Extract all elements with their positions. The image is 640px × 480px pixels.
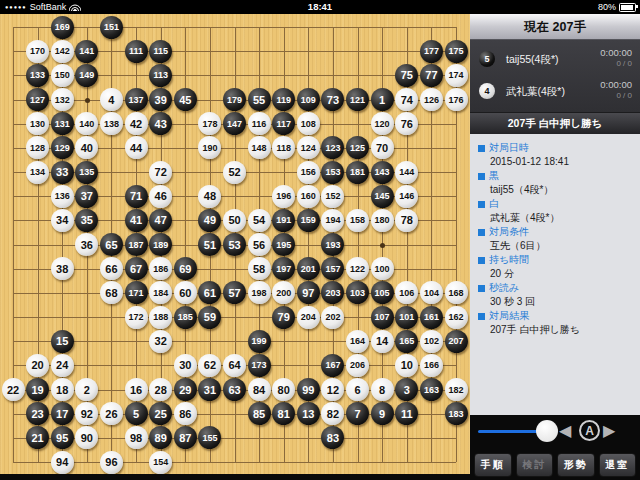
stone-move-177: 177	[420, 40, 443, 63]
stone-move-85: 85	[248, 402, 271, 425]
stone-move-106: 106	[395, 281, 418, 304]
info-item: 黒taij55（4段*）	[478, 169, 640, 196]
stone-move-199: 199	[248, 330, 271, 353]
stone-move-101: 101	[395, 306, 418, 329]
stone-move-198: 198	[248, 281, 271, 304]
stone-move-33: 33	[51, 161, 74, 184]
stone-move-127: 127	[26, 88, 49, 111]
stone-move-32: 32	[149, 330, 172, 353]
capture-count-badge: 4	[479, 83, 495, 99]
stone-move-151: 151	[100, 16, 123, 39]
stone-move-3: 3	[395, 378, 418, 401]
stone-move-49: 49	[198, 209, 221, 232]
stone-move-189: 189	[149, 233, 172, 256]
stone-move-35: 35	[75, 209, 98, 232]
stone-move-94: 94	[51, 451, 74, 474]
stone-move-196: 196	[272, 185, 295, 208]
stone-move-10: 10	[395, 354, 418, 377]
stone-move-68: 68	[100, 281, 123, 304]
info-label: 対局条件	[478, 225, 640, 239]
stone-move-183: 183	[445, 402, 468, 425]
stone-move-40: 40	[75, 136, 98, 159]
info-value: 互先（6目）	[490, 239, 640, 252]
bullet-icon	[478, 257, 485, 264]
player-name: 武礼葉(4段*)	[506, 76, 565, 106]
stone-move-141: 141	[75, 40, 98, 63]
stone-move-149: 149	[75, 64, 98, 87]
auto-play-button[interactable]: A	[579, 420, 600, 441]
stone-move-150: 150	[51, 64, 74, 87]
info-label: 黒	[478, 169, 640, 183]
stone-move-154: 154	[149, 451, 172, 474]
stone-move-30: 30	[174, 354, 197, 377]
stone-move-17: 17	[51, 402, 74, 425]
stone-move-16: 16	[125, 378, 148, 401]
stone-move-95: 95	[51, 426, 74, 449]
stone-move-188: 188	[149, 306, 172, 329]
stone-move-74: 74	[395, 88, 418, 111]
stone-move-144: 144	[395, 161, 418, 184]
stone-move-42: 42	[125, 112, 148, 135]
player-panel: 5taij55(4段*)0:00:000 / 04武礼葉(4段*)0:00:00…	[470, 40, 640, 112]
stone-move-24: 24	[51, 354, 74, 377]
stone-move-57: 57	[223, 281, 246, 304]
function-button-退室[interactable]: 退室	[599, 453, 637, 477]
stone-move-128: 128	[26, 136, 49, 159]
battery-percent-label: 80%	[598, 0, 616, 14]
stone-move-201: 201	[297, 257, 320, 280]
stone-move-53: 53	[223, 233, 246, 256]
stone-move-51: 51	[198, 233, 221, 256]
stone-move-12: 12	[321, 378, 344, 401]
info-label: 秒読み	[478, 281, 640, 295]
stone-move-172: 172	[125, 306, 148, 329]
stone-move-176: 176	[445, 88, 468, 111]
stone-move-186: 186	[149, 257, 172, 280]
stone-move-121: 121	[346, 88, 369, 111]
stone-move-98: 98	[125, 426, 148, 449]
stone-move-6: 6	[346, 378, 369, 401]
bullet-icon	[478, 173, 485, 180]
stone-move-20: 20	[26, 354, 49, 377]
info-value: 207手 白中押し勝ち	[490, 323, 640, 336]
stone-move-11: 11	[395, 402, 418, 425]
stone-move-136: 136	[51, 185, 74, 208]
stone-move-26: 26	[100, 402, 123, 425]
next-move-button[interactable]: ▶	[603, 422, 615, 440]
stone-move-78: 78	[395, 209, 418, 232]
stone-move-76: 76	[395, 112, 418, 135]
stone-move-132: 132	[51, 88, 74, 111]
stone-move-175: 175	[445, 40, 468, 63]
result-bar: 207手 白中押し勝ち	[470, 112, 640, 134]
stone-move-193: 193	[321, 233, 344, 256]
stone-move-105: 105	[371, 281, 394, 304]
stone-move-118: 118	[272, 136, 295, 159]
stone-move-190: 190	[198, 136, 221, 159]
stone-move-158: 158	[346, 209, 369, 232]
info-value: 30 秒 3 回	[490, 295, 640, 308]
stone-move-115: 115	[149, 40, 172, 63]
stone-move-46: 46	[149, 185, 172, 208]
stone-move-203: 203	[321, 281, 344, 304]
stone-move-140: 140	[75, 112, 98, 135]
stone-move-165: 165	[395, 330, 418, 353]
stone-move-173: 173	[248, 354, 271, 377]
stone-move-156: 156	[297, 161, 320, 184]
stone-move-168: 168	[445, 281, 468, 304]
stone-move-164: 164	[346, 330, 369, 353]
stone-move-55: 55	[248, 88, 271, 111]
stone-move-108: 108	[297, 112, 320, 135]
stone-move-204: 204	[297, 306, 320, 329]
stone-move-65: 65	[100, 233, 123, 256]
stone-move-163: 163	[420, 378, 443, 401]
stone-move-187: 187	[125, 233, 148, 256]
stone-move-64: 64	[223, 354, 246, 377]
stone-move-96: 96	[100, 451, 123, 474]
stone-move-169: 169	[51, 16, 74, 39]
stone-move-155: 155	[198, 426, 221, 449]
playback-controls: ◀ A ▶ 手順検討形勢退室	[470, 415, 640, 480]
stone-move-1: 1	[371, 88, 394, 111]
player-time: 0:00:00	[600, 79, 632, 91]
stone-move-113: 113	[149, 64, 172, 87]
stone-move-36: 36	[75, 233, 98, 256]
stone-move-84: 84	[248, 378, 271, 401]
stone-move-63: 63	[223, 378, 246, 401]
sidebar: 現在 207手 5taij55(4段*)0:00:000 / 04武礼葉(4段*…	[470, 14, 640, 480]
move-counter-header: 現在 207手	[470, 14, 640, 40]
stone-move-206: 206	[346, 354, 369, 377]
info-label: 対局日時	[478, 141, 640, 155]
stone-move-195: 195	[272, 233, 295, 256]
bullet-icon	[478, 145, 485, 152]
function-button-検討: 検討	[516, 453, 554, 477]
info-value: 20 分	[490, 267, 640, 280]
stone-move-44: 44	[125, 136, 148, 159]
stone-move-170: 170	[26, 40, 49, 63]
stone-move-83: 83	[321, 426, 344, 449]
move-slider-knob[interactable]	[536, 420, 558, 442]
stone-move-178: 178	[198, 112, 221, 135]
stone-move-117: 117	[272, 112, 295, 135]
go-board[interactable]: 1691511701421411111151771751331501491137…	[0, 14, 470, 474]
stone-move-72: 72	[149, 161, 172, 184]
info-item: 持ち時間20 分	[478, 253, 640, 280]
stone-move-181: 181	[346, 161, 369, 184]
stone-move-58: 58	[248, 257, 271, 280]
stone-move-162: 162	[445, 306, 468, 329]
stone-move-153: 153	[321, 161, 344, 184]
stone-move-124: 124	[297, 136, 320, 159]
stone-move-133: 133	[26, 64, 49, 87]
stone-move-146: 146	[395, 185, 418, 208]
info-value: taij55（4段*）	[490, 183, 640, 196]
stone-move-191: 191	[272, 209, 295, 232]
stone-move-67: 67	[125, 257, 148, 280]
stone-move-143: 143	[371, 161, 394, 184]
stone-move-18: 18	[51, 378, 74, 401]
player-time: 0:00:00	[600, 47, 632, 59]
stone-move-102: 102	[420, 330, 443, 353]
info-label: 白	[478, 197, 640, 211]
function-button-row: 手順検討形勢退室	[470, 452, 640, 480]
stone-move-137: 137	[125, 88, 148, 111]
stone-move-138: 138	[100, 112, 123, 135]
stone-move-47: 47	[149, 209, 172, 232]
player-periods: 0 / 0	[600, 59, 632, 69]
stone-move-41: 41	[125, 209, 148, 232]
info-value: 武礼葉（4段*）	[490, 211, 640, 224]
stone-move-34: 34	[51, 209, 74, 232]
stone-move-126: 126	[420, 88, 443, 111]
stone-move-99: 99	[297, 378, 320, 401]
stone-move-123: 123	[321, 136, 344, 159]
stone-move-142: 142	[51, 40, 74, 63]
player-row: 4武礼葉(4段*)0:00:000 / 0	[470, 76, 640, 106]
player-clock: 0:00:000 / 0	[600, 47, 632, 69]
bullet-icon	[478, 285, 485, 292]
star-point	[380, 243, 385, 248]
stone-move-45: 45	[174, 88, 197, 111]
info-label: 対局結果	[478, 309, 640, 323]
stone-move-79: 79	[272, 306, 295, 329]
stone-move-180: 180	[371, 209, 394, 232]
stone-move-56: 56	[248, 233, 271, 256]
stone-move-86: 86	[174, 402, 197, 425]
stone-move-60: 60	[174, 281, 197, 304]
stone-move-103: 103	[346, 281, 369, 304]
player-clock: 0:00:000 / 0	[600, 79, 632, 101]
stone-move-7: 7	[346, 402, 369, 425]
stone-move-97: 97	[297, 281, 320, 304]
stone-move-202: 202	[321, 306, 344, 329]
stone-move-52: 52	[223, 161, 246, 184]
player-periods: 0 / 0	[600, 91, 632, 101]
stone-move-22: 22	[2, 378, 25, 401]
previous-move-button[interactable]: ◀	[559, 422, 571, 440]
stone-move-194: 194	[321, 209, 344, 232]
stone-move-28: 28	[149, 378, 172, 401]
info-item: 対局条件互先（6目）	[478, 225, 640, 252]
stone-move-119: 119	[272, 88, 295, 111]
stone-move-148: 148	[248, 136, 271, 159]
clock-label: 18:41	[0, 0, 640, 14]
stone-move-59: 59	[198, 306, 221, 329]
stone-move-120: 120	[371, 112, 394, 135]
stone-move-107: 107	[371, 306, 394, 329]
stone-move-125: 125	[346, 136, 369, 159]
player-row: 5taij55(4段*)0:00:000 / 0	[470, 44, 640, 74]
stone-move-2: 2	[75, 378, 98, 401]
stone-move-207: 207	[445, 330, 468, 353]
bullet-icon	[478, 313, 485, 320]
stone-move-90: 90	[75, 426, 98, 449]
stone-move-62: 62	[198, 354, 221, 377]
stone-move-184: 184	[149, 281, 172, 304]
stone-move-5: 5	[125, 402, 148, 425]
stone-move-81: 81	[272, 402, 295, 425]
stone-move-179: 179	[223, 88, 246, 111]
stone-move-100: 100	[371, 257, 394, 280]
game-info-panel: 対局日時2015-01-12 18:41黒taij55（4段*）白武礼葉（4段*…	[470, 134, 640, 415]
stone-move-37: 37	[75, 185, 98, 208]
grid-line	[13, 462, 456, 463]
battery-icon	[619, 3, 636, 12]
stone-move-80: 80	[272, 378, 295, 401]
stone-move-69: 69	[174, 257, 197, 280]
stone-move-38: 38	[51, 257, 74, 280]
stone-move-161: 161	[420, 306, 443, 329]
stone-move-111: 111	[125, 40, 148, 63]
stone-move-23: 23	[26, 402, 49, 425]
player-name: taij55(4段*)	[506, 44, 559, 74]
info-item: 対局結果207手 白中押し勝ち	[478, 309, 640, 336]
stone-move-15: 15	[51, 330, 74, 353]
stone-move-197: 197	[272, 257, 295, 280]
stone-move-166: 166	[420, 354, 443, 377]
info-item: 対局日時2015-01-12 18:41	[478, 141, 640, 168]
stone-move-160: 160	[297, 185, 320, 208]
stone-move-9: 9	[371, 402, 394, 425]
stone-move-31: 31	[198, 378, 221, 401]
stone-move-48: 48	[198, 185, 221, 208]
stone-move-129: 129	[51, 136, 74, 159]
stone-move-159: 159	[297, 209, 320, 232]
function-button-形勢[interactable]: 形勢	[557, 453, 595, 477]
stone-move-75: 75	[395, 64, 418, 87]
stone-move-116: 116	[248, 112, 271, 135]
stone-move-92: 92	[75, 402, 98, 425]
function-button-手順[interactable]: 手順	[474, 453, 512, 477]
info-item: 白武礼葉（4段*）	[478, 197, 640, 224]
stone-move-4: 4	[100, 88, 123, 111]
stone-move-147: 147	[223, 112, 246, 135]
stone-move-174: 174	[445, 64, 468, 87]
stone-move-89: 89	[149, 426, 172, 449]
stone-move-157: 157	[321, 257, 344, 280]
stone-move-50: 50	[223, 209, 246, 232]
stone-move-82: 82	[321, 402, 344, 425]
stone-move-8: 8	[371, 378, 394, 401]
stone-move-66: 66	[100, 257, 123, 280]
stone-move-200: 200	[272, 281, 295, 304]
info-label: 持ち時間	[478, 253, 640, 267]
stone-move-152: 152	[321, 185, 344, 208]
stone-move-19: 19	[26, 378, 49, 401]
stone-move-145: 145	[371, 185, 394, 208]
bullet-icon	[478, 201, 485, 208]
info-item: 秒読み30 秒 3 回	[478, 281, 640, 308]
stone-move-43: 43	[149, 112, 172, 135]
stone-move-70: 70	[371, 136, 394, 159]
stone-move-134: 134	[26, 161, 49, 184]
stone-move-61: 61	[198, 281, 221, 304]
star-point	[85, 98, 90, 103]
stone-move-29: 29	[174, 378, 197, 401]
info-value: 2015-01-12 18:41	[490, 155, 640, 168]
bullet-icon	[478, 229, 485, 236]
stone-move-77: 77	[420, 64, 443, 87]
stone-move-109: 109	[297, 88, 320, 111]
stone-move-171: 171	[125, 281, 148, 304]
stone-move-104: 104	[420, 281, 443, 304]
stone-move-182: 182	[445, 378, 468, 401]
stone-move-14: 14	[371, 330, 394, 353]
stone-move-185: 185	[174, 306, 197, 329]
capture-count-badge: 5	[479, 51, 495, 67]
stone-move-167: 167	[321, 354, 344, 377]
stone-move-73: 73	[321, 88, 344, 111]
stone-move-13: 13	[297, 402, 320, 425]
status-bar: ●●●●● SoftBank 18:41 80%	[0, 0, 640, 14]
stone-move-71: 71	[125, 185, 148, 208]
stone-move-54: 54	[248, 209, 271, 232]
stone-move-130: 130	[26, 112, 49, 135]
stone-move-122: 122	[346, 257, 369, 280]
stone-move-25: 25	[149, 402, 172, 425]
stone-move-135: 135	[75, 161, 98, 184]
stone-move-21: 21	[26, 426, 49, 449]
stone-move-87: 87	[174, 426, 197, 449]
stone-move-39: 39	[149, 88, 172, 111]
stone-move-131: 131	[51, 112, 74, 135]
